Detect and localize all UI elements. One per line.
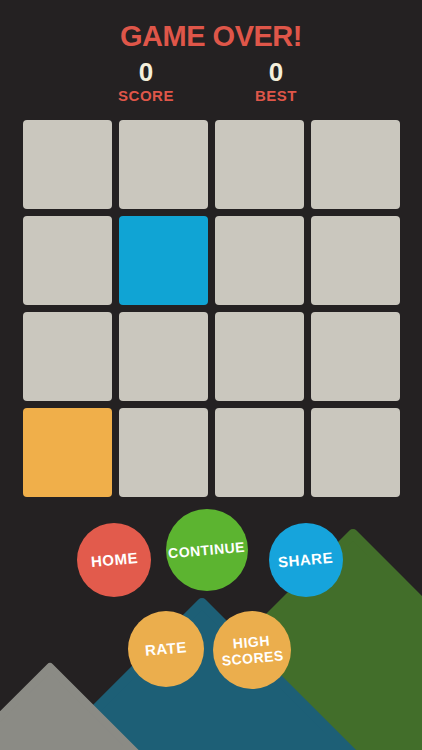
mountains-background bbox=[0, 0, 422, 750]
high-scores-button[interactable]: HIGH SCORES bbox=[213, 611, 291, 689]
home-button[interactable]: HOME bbox=[77, 523, 151, 597]
game-over-screen: GAME OVER! 0 SCORE 0 BEST HOME CONTINUE … bbox=[0, 0, 422, 750]
high-scores-button-label: HIGH SCORES bbox=[220, 631, 285, 668]
continue-button[interactable]: CONTINUE bbox=[166, 509, 248, 591]
home-button-label: HOME bbox=[90, 549, 138, 570]
share-button[interactable]: SHARE bbox=[269, 523, 343, 597]
share-button-label: SHARE bbox=[278, 549, 334, 571]
rate-button-label: RATE bbox=[144, 639, 187, 660]
rate-button[interactable]: RATE bbox=[128, 611, 204, 687]
continue-button-label: CONTINUE bbox=[168, 539, 246, 562]
